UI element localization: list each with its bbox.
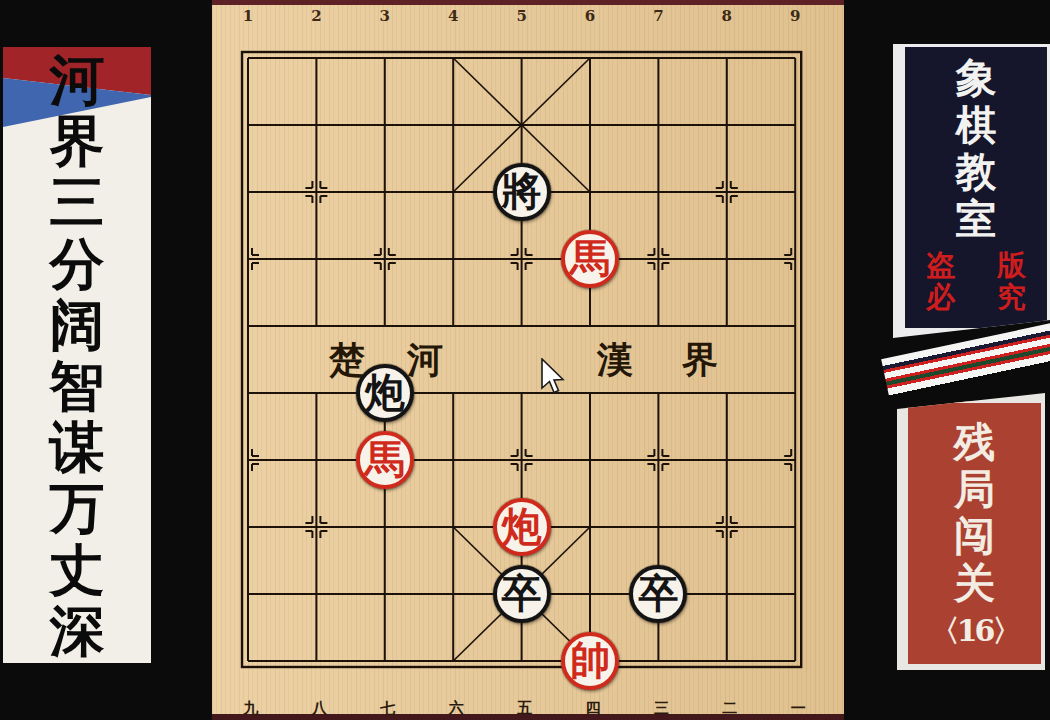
black-cannon-piece[interactable]: 炮 <box>356 364 414 422</box>
endgame-banner: 残局闯关 〈16〉 <box>897 393 1045 670</box>
file-label-bottom-7: 三 <box>654 701 669 716</box>
black-soldier-1-piece[interactable]: 卒 <box>493 565 551 623</box>
classroom-title: 象棋教室 <box>905 55 1047 243</box>
left-calligraphy-banner: 河界三分阔智谋万丈深 <box>3 47 151 663</box>
file-label-top-7: 7 <box>653 9 663 24</box>
left-banner-char-7: 谋 <box>3 416 151 477</box>
left-banner-text: 河界三分阔智谋万丈深 <box>3 49 151 661</box>
left-banner-char-5: 阔 <box>3 294 151 355</box>
mouse-cursor-icon <box>540 358 566 396</box>
left-banner-char-2: 界 <box>3 110 151 171</box>
file-label-top-6: 6 <box>585 9 595 24</box>
file-label-top-2: 2 <box>311 9 321 24</box>
notice-char-3: 必 <box>905 281 976 313</box>
red-cannon-glyph: 炮 <box>502 506 542 546</box>
endgame-char-4: 关 <box>908 560 1041 607</box>
left-banner-char-4: 分 <box>3 233 151 294</box>
left-banner-char-6: 智 <box>3 355 151 416</box>
red-general-piece[interactable]: 帥 <box>561 632 619 690</box>
file-label-top-3: 3 <box>380 9 390 24</box>
classroom-char-2: 棋 <box>905 102 1047 149</box>
classroom-char-1: 象 <box>905 55 1047 102</box>
file-label-bottom-6: 四 <box>586 701 601 716</box>
left-banner-char-10: 深 <box>3 600 151 661</box>
red-horse-2-piece[interactable]: 馬 <box>356 431 414 489</box>
classroom-char-3: 教 <box>905 149 1047 196</box>
endgame-char-1: 残 <box>908 419 1041 466</box>
red-horse-2-glyph: 馬 <box>365 439 405 479</box>
notice-char-4: 究 <box>976 281 1047 313</box>
file-label-top-5: 5 <box>516 9 526 24</box>
black-soldier-2-piece[interactable]: 卒 <box>629 565 687 623</box>
episode-number: 〈16〉 <box>908 611 1041 652</box>
classroom-char-4: 室 <box>905 196 1047 243</box>
xiangqi-board: 123456789 九八七六五四三二一 楚河漢界 將馬炮馬炮卒卒帥 <box>212 5 844 714</box>
classroom-banner-navy-panel: 象棋教室 盗版必究 <box>905 47 1047 328</box>
endgame-char-3: 闯 <box>908 513 1041 560</box>
file-label-top-8: 8 <box>722 9 732 24</box>
file-label-top-4: 4 <box>448 9 458 24</box>
black-soldier-1-glyph: 卒 <box>502 573 542 613</box>
left-banner-char-9: 丈 <box>3 539 151 600</box>
black-general-glyph: 將 <box>502 171 542 211</box>
notice-row-1: 盗版 <box>905 249 1047 281</box>
video-frame: 123456789 九八七六五四三二一 楚河漢界 將馬炮馬炮卒卒帥 河界三分阔智… <box>0 0 1050 720</box>
red-horse-1-glyph: 馬 <box>570 238 610 278</box>
red-general-glyph: 帥 <box>570 640 610 680</box>
left-banner-char-3: 三 <box>3 171 151 232</box>
river-char-2: 河 <box>407 336 443 385</box>
left-banner-char-1: 河 <box>3 49 151 110</box>
endgame-banner-red-panel: 残局闯关 〈16〉 <box>906 401 1043 666</box>
black-soldier-2-glyph: 卒 <box>638 573 678 613</box>
file-label-bottom-2: 八 <box>312 701 327 716</box>
river-char-3: 漢 <box>597 336 633 385</box>
red-horse-1-piece[interactable]: 馬 <box>561 230 619 288</box>
red-cannon-piece[interactable]: 炮 <box>493 498 551 556</box>
file-label-bottom-1: 九 <box>244 701 259 716</box>
notice-row-2: 必究 <box>905 281 1047 313</box>
copyright-notice: 盗版必究 <box>905 249 1047 313</box>
black-cannon-glyph: 炮 <box>365 372 405 412</box>
river-char-4: 界 <box>682 336 718 385</box>
file-label-bottom-8: 二 <box>722 701 737 716</box>
notice-char-2: 版 <box>976 249 1047 281</box>
file-label-bottom-4: 六 <box>449 701 464 716</box>
file-label-bottom-3: 七 <box>380 701 395 716</box>
file-label-top-9: 9 <box>790 9 800 24</box>
classroom-banner: 象棋教室 盗版必究 <box>893 44 1050 338</box>
black-general-piece[interactable]: 將 <box>493 163 551 221</box>
file-label-bottom-9: 一 <box>791 701 806 716</box>
notice-char-1: 盗 <box>905 249 976 281</box>
file-label-bottom-5: 五 <box>517 701 532 716</box>
endgame-title: 残局闯关 <box>908 419 1041 607</box>
left-banner-char-8: 万 <box>3 477 151 538</box>
file-label-top-1: 1 <box>243 9 253 24</box>
endgame-char-2: 局 <box>908 466 1041 513</box>
